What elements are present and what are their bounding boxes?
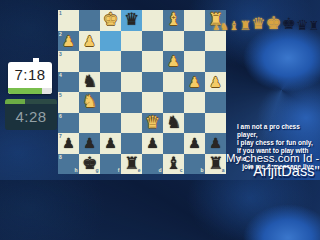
gold-rook-icon: ♜ xyxy=(240,19,252,32)
square-e5[interactable] xyxy=(121,92,142,113)
square-a3[interactable] xyxy=(205,51,226,72)
square-f3[interactable] xyxy=(100,51,121,72)
piece-white-pawn-c3[interactable]: ♟ xyxy=(163,51,184,72)
player-clock-progress-track xyxy=(5,99,57,104)
piece-white-pawn-a4[interactable]: ♟ xyxy=(205,72,226,93)
square-c2[interactable] xyxy=(163,31,184,52)
gold-pawn-icon: ♟ xyxy=(213,24,220,32)
square-a2[interactable] xyxy=(205,31,226,52)
disclaimer-line-2: I play chess for fun only, xyxy=(237,139,319,147)
piece-white-pawn-b4[interactable]: ♟ xyxy=(184,72,205,93)
file-label-f: f xyxy=(118,168,120,173)
square-e3[interactable] xyxy=(121,51,142,72)
piece-white-king-f1[interactable]: ♚ xyxy=(100,10,121,31)
square-b2[interactable] xyxy=(184,31,205,52)
rank-label-8: 8 xyxy=(59,155,62,160)
rank-label-6: 6 xyxy=(59,114,62,119)
square-f5[interactable] xyxy=(100,92,121,113)
square-b3[interactable] xyxy=(184,51,205,72)
piece-black-queen-e1[interactable]: ♛ xyxy=(121,10,142,31)
square-e7[interactable] xyxy=(121,133,142,154)
chess-board[interactable]: 12345678hgfedcba♚♛♝♜♟♟♟♞♟♟♞♛♞♟♟♟♟♟♟♚♜♝♜ xyxy=(58,10,226,174)
dark-queen-icon: ♛ xyxy=(296,18,309,32)
piece-black-pawn-a7[interactable]: ♟ xyxy=(205,133,226,154)
rank-label-4: 4 xyxy=(59,73,62,78)
file-label-h: h xyxy=(74,168,77,173)
dark-king-icon: ♚ xyxy=(282,16,296,32)
square-g3[interactable] xyxy=(79,51,100,72)
player-clock: 4:28 xyxy=(5,99,57,130)
file-label-d: d xyxy=(158,168,161,173)
top-clock-progress-fill xyxy=(8,88,42,94)
square-c5[interactable] xyxy=(163,92,184,113)
rank-label-1: 1 xyxy=(59,11,62,16)
piece-black-king-g8[interactable]: ♚ xyxy=(79,154,100,175)
gold-king-icon: ♚ xyxy=(266,14,282,32)
square-b5[interactable] xyxy=(184,92,205,113)
piece-white-knight-g5[interactable]: ♞ xyxy=(79,92,100,113)
piece-black-rook-a8[interactable]: ♜ xyxy=(205,154,226,175)
opponent-clock: 7:18 xyxy=(8,62,52,94)
gold-bishop-icon: ♝ xyxy=(229,20,240,32)
piece-white-queen-d6[interactable]: ♛ xyxy=(142,113,163,134)
square-d5[interactable] xyxy=(142,92,163,113)
chesscom-id-value: "ArijitDass" xyxy=(248,164,320,179)
disclaimer-line-1: I am not a pro chess player, xyxy=(237,123,319,139)
square-b1[interactable] xyxy=(184,10,205,31)
gold-knight-icon: ♞ xyxy=(220,22,229,32)
square-a6[interactable] xyxy=(205,113,226,134)
square-b6[interactable] xyxy=(184,113,205,134)
square-b8[interactable]: b xyxy=(184,154,205,175)
dark-rook-icon: ♜ xyxy=(309,20,320,32)
piece-black-pawn-b7[interactable]: ♟ xyxy=(184,133,205,154)
square-h4[interactable]: 4 xyxy=(58,72,79,93)
square-f4[interactable] xyxy=(100,72,121,93)
square-c4[interactable] xyxy=(163,72,184,93)
chesscom-id-block: My chess.com Id - "ArijitDass" xyxy=(226,152,320,179)
piece-black-pawn-d7[interactable]: ♟ xyxy=(142,133,163,154)
square-h3[interactable]: 3 xyxy=(58,51,79,72)
piece-black-knight-c6[interactable]: ♞ xyxy=(163,113,184,134)
square-e6[interactable] xyxy=(121,113,142,134)
square-h6[interactable]: 6 xyxy=(58,113,79,134)
square-e4[interactable] xyxy=(121,72,142,93)
square-h8[interactable]: 8h xyxy=(58,154,79,175)
square-d4[interactable] xyxy=(142,72,163,93)
square-h1[interactable]: 1 xyxy=(58,10,79,31)
square-f6[interactable] xyxy=(100,113,121,134)
bottom-clock-progress-fill xyxy=(5,99,25,104)
piece-white-pawn-h2[interactable]: ♟ xyxy=(58,31,79,52)
piece-black-pawn-g7[interactable]: ♟ xyxy=(79,133,100,154)
gold-queen-icon: ♛ xyxy=(251,16,265,32)
decorative-chess-pieces-banner: ♟♞♝♜♛♚♚♛♜♝♞♟ xyxy=(240,9,318,32)
square-f2[interactable] xyxy=(100,31,121,52)
piece-black-bishop-c8[interactable]: ♝ xyxy=(163,154,184,175)
square-c7[interactable] xyxy=(163,133,184,154)
square-d1[interactable] xyxy=(142,10,163,31)
square-g6[interactable] xyxy=(79,113,100,134)
square-d8[interactable]: d xyxy=(142,154,163,175)
square-d3[interactable] xyxy=(142,51,163,72)
rank-label-3: 3 xyxy=(59,52,62,57)
square-h5[interactable]: 5 xyxy=(58,92,79,113)
piece-black-rook-e8[interactable]: ♜ xyxy=(121,154,142,175)
opponent-clock-time: 7:18 xyxy=(8,62,52,87)
piece-black-pawn-h7[interactable]: ♟ xyxy=(58,133,79,154)
square-e2[interactable] xyxy=(121,31,142,52)
piece-black-pawn-f7[interactable]: ♟ xyxy=(100,133,121,154)
square-a5[interactable] xyxy=(205,92,226,113)
piece-white-pawn-g2[interactable]: ♟ xyxy=(79,31,100,52)
square-d2[interactable] xyxy=(142,31,163,52)
opponent-clock-progress-track xyxy=(8,88,52,94)
square-f8[interactable]: f xyxy=(100,154,121,175)
rank-label-5: 5 xyxy=(59,93,62,98)
square-g1[interactable] xyxy=(79,10,100,31)
piece-black-knight-g4[interactable]: ♞ xyxy=(79,72,100,93)
player-clock-time: 4:28 xyxy=(5,104,57,130)
piece-white-bishop-c1[interactable]: ♝ xyxy=(163,10,184,31)
file-label-b: b xyxy=(200,168,203,173)
